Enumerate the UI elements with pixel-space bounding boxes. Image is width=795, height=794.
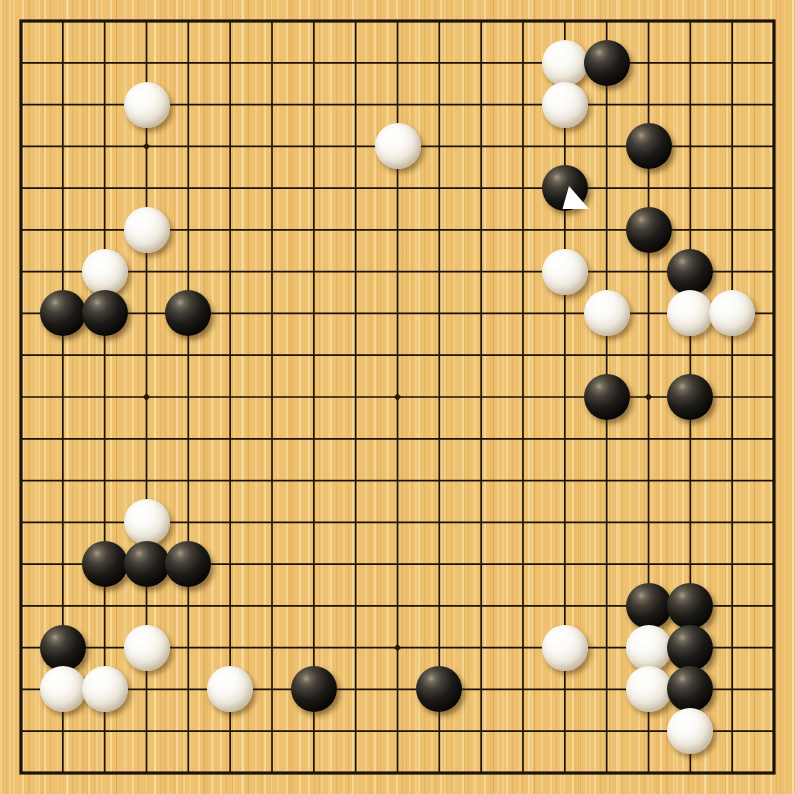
white-stone xyxy=(667,290,713,336)
black-stone xyxy=(626,207,672,253)
black-stone xyxy=(626,123,672,169)
black-stone xyxy=(165,290,211,336)
white-stone xyxy=(626,625,672,671)
black-stone xyxy=(667,583,713,629)
black-stone xyxy=(124,541,170,587)
white-stone xyxy=(82,666,128,712)
white-stone xyxy=(626,666,672,712)
black-stone xyxy=(165,541,211,587)
black-stone xyxy=(667,666,713,712)
triangle-icon xyxy=(562,186,589,209)
white-stone xyxy=(124,625,170,671)
white-stone xyxy=(542,249,588,295)
white-stone xyxy=(124,82,170,128)
black-stone xyxy=(667,625,713,671)
white-stone xyxy=(124,207,170,253)
black-stone xyxy=(416,666,462,712)
black-stone xyxy=(667,374,713,420)
black-stone xyxy=(40,290,86,336)
black-stone xyxy=(667,249,713,295)
white-stone xyxy=(542,625,588,671)
white-stone xyxy=(124,499,170,545)
white-stone xyxy=(667,708,713,754)
black-stone xyxy=(82,290,128,336)
black-stone xyxy=(584,40,630,86)
white-stone xyxy=(542,82,588,128)
go-board[interactable] xyxy=(0,0,795,794)
white-stone xyxy=(207,666,253,712)
last-move-triangle-icon xyxy=(542,165,588,211)
white-stone xyxy=(542,40,588,86)
black-stone xyxy=(626,583,672,629)
black-stone xyxy=(82,541,128,587)
white-stone xyxy=(40,666,86,712)
black-stone xyxy=(40,625,86,671)
stones-layer xyxy=(0,0,795,794)
black-stone xyxy=(584,374,630,420)
black-stone xyxy=(291,666,337,712)
white-stone xyxy=(709,290,755,336)
white-stone xyxy=(82,249,128,295)
white-stone xyxy=(375,123,421,169)
white-stone xyxy=(584,290,630,336)
black-stone xyxy=(542,165,588,211)
